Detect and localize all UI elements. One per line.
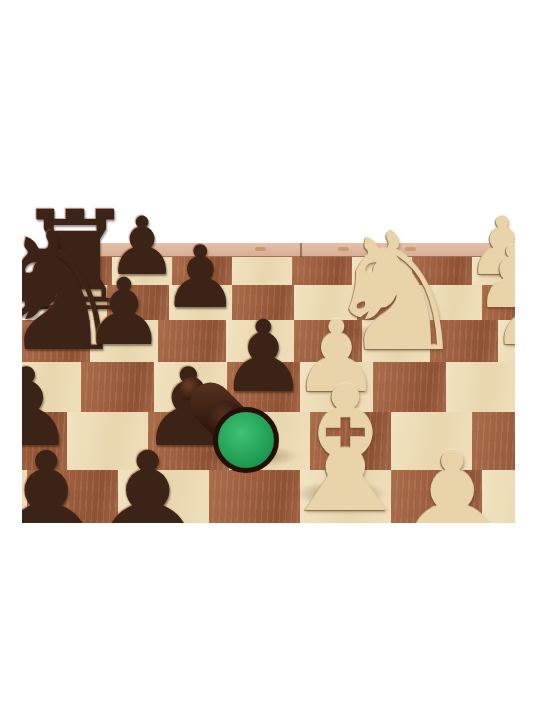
square-d8: [232, 257, 292, 285]
white-pawn-h6: ♟: [491, 267, 515, 359]
chess-board: ♟♜♟♞♟♟♟♟♟♟♟♟♟♞♟♝♟: [22, 195, 515, 523]
page: { "game": "chess", "scene": "perspective…: [0, 0, 540, 720]
white-pawn-f2: ♟: [389, 434, 515, 523]
black-pawn-c2: ♟: [85, 434, 211, 523]
product-photo: ♟♜♟♞♟♟♟♟♟♟♟♟♟♞♟♝♟: [22, 195, 515, 523]
frame-inlay-mark-2: [255, 247, 266, 251]
